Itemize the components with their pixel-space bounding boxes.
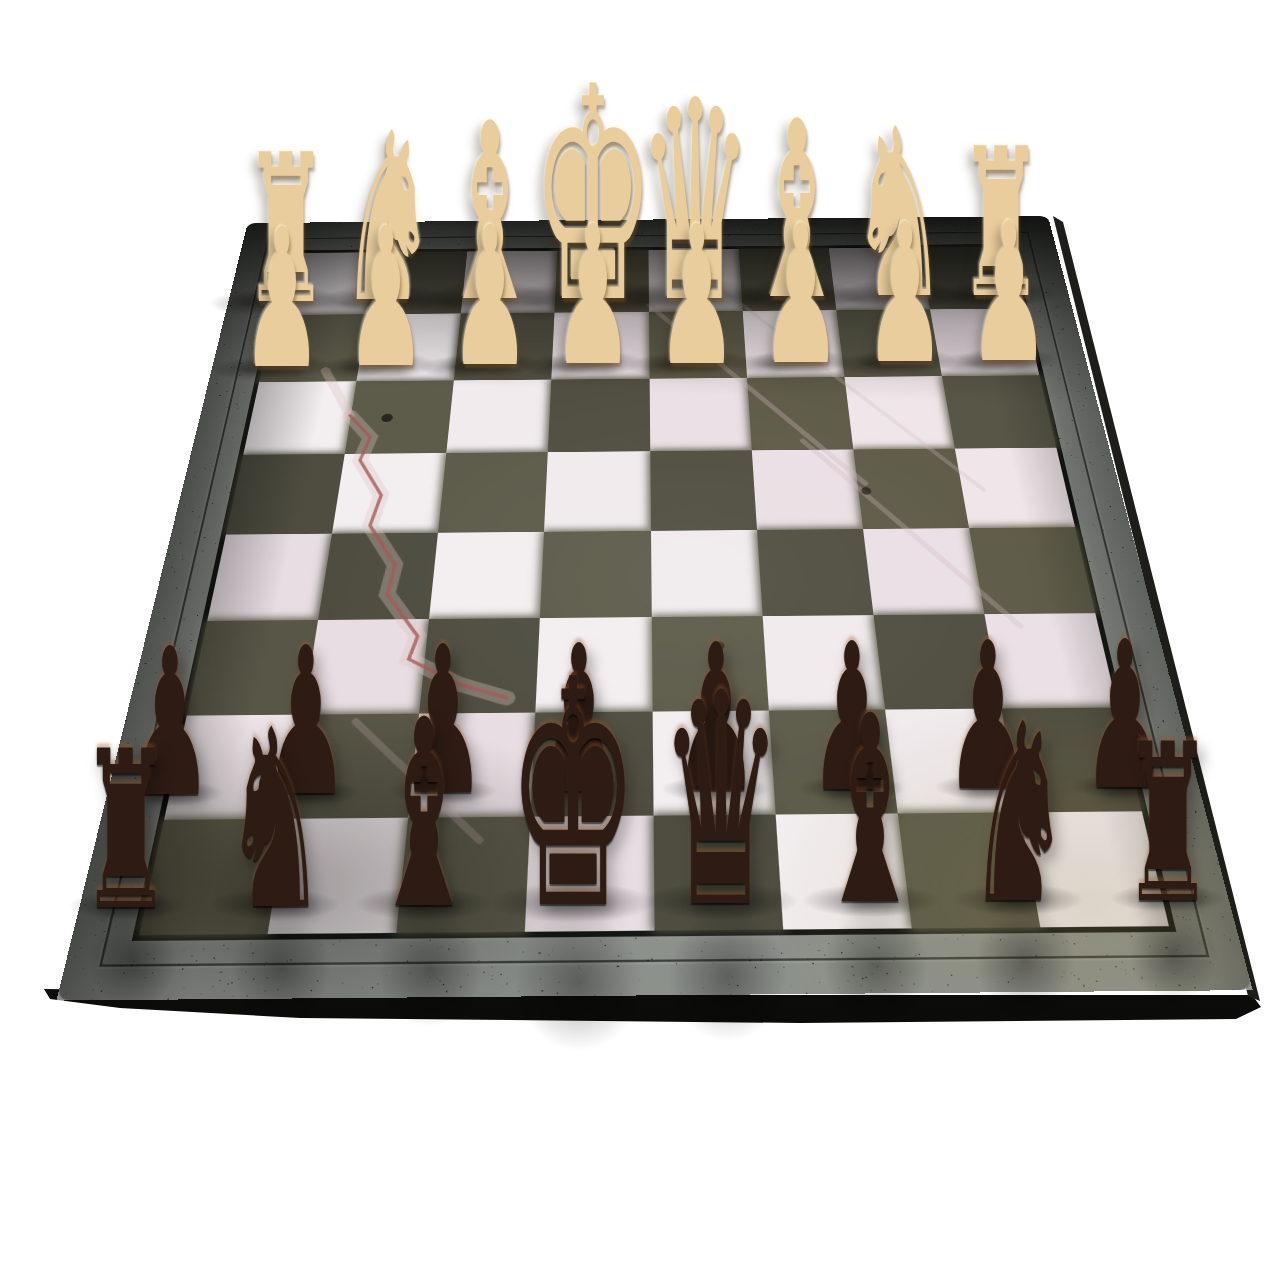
chess-set-photo: ♜♞♝♚♛♝♞♜♟♟♟♟♟♟♟♟♟♟♟♟♟♟♟♟♜♞♝♚♛♝♞♜ (0, 0, 1280, 1280)
piece-glyph: ♟ (449, 202, 530, 394)
square-d4[interactable] (649, 451, 756, 531)
piece-glyph: ♟ (865, 199, 946, 391)
piece-glyph: ♟ (761, 200, 842, 392)
square-g4[interactable] (332, 453, 446, 533)
piece-glyph: ♜ (1121, 715, 1213, 933)
piece-glyph: ♞ (223, 697, 327, 944)
square-c4[interactable] (751, 450, 862, 530)
piece-glyph: ♟ (657, 201, 738, 393)
piece-glyph: ♟ (553, 201, 634, 393)
square-e4[interactable] (544, 451, 650, 531)
piece-glyph: ♜ (80, 722, 172, 940)
piece-glyph: ♛ (660, 655, 784, 949)
square-b4[interactable] (853, 449, 969, 529)
piece-glyph: ♝ (369, 686, 478, 946)
piece-glyph: ♟ (241, 204, 322, 396)
piece-glyph: ♟ (968, 198, 1049, 390)
square-h4[interactable] (226, 454, 345, 534)
piece-glyph: ♚ (507, 639, 639, 952)
square-f4[interactable] (438, 452, 548, 532)
piece-glyph: ♞ (967, 691, 1071, 938)
piece-glyph: ♝ (815, 682, 924, 942)
square-a4[interactable] (954, 448, 1074, 528)
piece-glyph: ♟ (345, 203, 426, 395)
